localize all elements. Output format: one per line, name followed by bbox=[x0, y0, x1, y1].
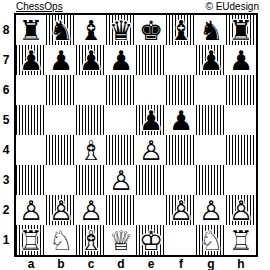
piece-black-rook: ♜♜ bbox=[226, 15, 256, 45]
square-g2[interactable]: ♟♙ bbox=[196, 195, 226, 225]
piece-black-knight: ♞♞ bbox=[196, 15, 226, 45]
piece-glyph: ♝ bbox=[76, 15, 106, 45]
file-label-g: g bbox=[196, 257, 226, 270]
piece-glyph: ♞ bbox=[46, 15, 76, 45]
piece-glyph: ♟ bbox=[16, 45, 46, 75]
piece-black-queen: ♛♛ bbox=[106, 15, 136, 45]
rank-label-3: 3 bbox=[0, 165, 12, 195]
board-frame: ♜♜♞♞♝♝♛♛♚♚♝♝♞♞♜♜♟♟♟♟♟♟♟♟♟♟♟♟♟♟♟♟♝♗♟♙♟♙♟♙… bbox=[14, 13, 258, 257]
piece-white-rook: ♜♖ bbox=[226, 225, 256, 255]
square-g5[interactable] bbox=[196, 105, 226, 135]
square-a4[interactable] bbox=[16, 135, 46, 165]
piece-glyph: ♙ bbox=[196, 195, 226, 225]
piece-white-pawn: ♟♙ bbox=[76, 195, 106, 225]
rank-label-7: 7 bbox=[0, 45, 12, 75]
square-h3[interactable] bbox=[226, 165, 256, 195]
square-d3[interactable]: ♟♙ bbox=[106, 165, 136, 195]
square-c8[interactable]: ♝♝ bbox=[76, 15, 106, 45]
square-a5[interactable] bbox=[16, 105, 46, 135]
piece-glyph: ♙ bbox=[76, 195, 106, 225]
rank-label-4: 4 bbox=[0, 135, 12, 165]
piece-glyph: ♟ bbox=[106, 45, 136, 75]
rank-label-1: 1 bbox=[0, 225, 12, 255]
square-b3[interactable] bbox=[46, 165, 76, 195]
piece-glyph: ♞ bbox=[196, 15, 226, 45]
piece-black-pawn: ♟♟ bbox=[196, 45, 226, 75]
piece-white-pawn: ♟♙ bbox=[136, 135, 166, 165]
piece-glyph: ♗ bbox=[76, 135, 106, 165]
square-g6[interactable] bbox=[196, 75, 226, 105]
piece-white-pawn: ♟♙ bbox=[166, 195, 196, 225]
piece-glyph: ♙ bbox=[166, 195, 196, 225]
square-h6[interactable] bbox=[226, 75, 256, 105]
piece-glyph: ♙ bbox=[16, 195, 46, 225]
square-c3[interactable] bbox=[76, 165, 106, 195]
piece-black-king: ♚♚ bbox=[136, 15, 166, 45]
piece-glyph: ♛ bbox=[106, 15, 136, 45]
chessops-window: ChessOps © EUdesign ♜♜♞♞♝♝♛♛♚♚♝♝♞♞♜♜♟♟♟♟… bbox=[0, 0, 270, 270]
piece-glyph: ♟ bbox=[46, 45, 76, 75]
square-c2[interactable]: ♟♙ bbox=[76, 195, 106, 225]
rank-label-5: 5 bbox=[0, 105, 12, 135]
piece-glyph: ♟ bbox=[196, 45, 226, 75]
file-label-a: a bbox=[16, 257, 46, 270]
piece-glyph: ♔ bbox=[136, 225, 166, 255]
square-h7[interactable]: ♟♟ bbox=[226, 45, 256, 75]
square-h8[interactable]: ♜♜ bbox=[226, 15, 256, 45]
piece-glyph: ♖ bbox=[16, 225, 46, 255]
piece-glyph: ♙ bbox=[136, 135, 166, 165]
piece-glyph: ♜ bbox=[226, 15, 256, 45]
piece-glyph: ♘ bbox=[46, 225, 76, 255]
file-label-h: h bbox=[226, 257, 256, 270]
square-a2[interactable]: ♟♙ bbox=[16, 195, 46, 225]
piece-white-pawn: ♟♙ bbox=[106, 165, 136, 195]
piece-glyph: ♗ bbox=[76, 225, 106, 255]
rank-label-6: 6 bbox=[0, 75, 12, 105]
file-label-c: c bbox=[76, 257, 106, 270]
piece-glyph: ♙ bbox=[226, 195, 256, 225]
square-e1[interactable]: ♚♔ bbox=[136, 225, 166, 255]
piece-glyph: ♘ bbox=[196, 225, 226, 255]
square-d6[interactable] bbox=[106, 75, 136, 105]
square-h5[interactable] bbox=[226, 105, 256, 135]
square-h2[interactable]: ♟♙ bbox=[226, 195, 256, 225]
square-b6[interactable] bbox=[46, 75, 76, 105]
square-c1[interactable]: ♝♗ bbox=[76, 225, 106, 255]
rank-label-8: 8 bbox=[0, 15, 12, 45]
piece-black-bishop: ♝♝ bbox=[76, 15, 106, 45]
square-f2[interactable]: ♟♙ bbox=[166, 195, 196, 225]
piece-glyph: ♝ bbox=[166, 15, 196, 45]
square-a6[interactable] bbox=[16, 75, 46, 105]
piece-glyph: ♟ bbox=[136, 105, 166, 135]
file-label-d: d bbox=[106, 257, 136, 270]
piece-black-bishop: ♝♝ bbox=[166, 15, 196, 45]
square-d8[interactable]: ♛♛ bbox=[106, 15, 136, 45]
piece-white-pawn: ♟♙ bbox=[16, 195, 46, 225]
piece-white-king: ♚♔ bbox=[136, 225, 166, 255]
square-f5[interactable]: ♟♟ bbox=[166, 105, 196, 135]
piece-glyph: ♕ bbox=[106, 225, 136, 255]
piece-black-pawn: ♟♟ bbox=[136, 105, 166, 135]
piece-white-knight: ♞♘ bbox=[196, 225, 226, 255]
piece-black-pawn: ♟♟ bbox=[106, 45, 136, 75]
square-e8[interactable]: ♚♚ bbox=[136, 15, 166, 45]
piece-white-bishop: ♝♗ bbox=[76, 225, 106, 255]
square-b1[interactable]: ♞♘ bbox=[46, 225, 76, 255]
square-g3[interactable] bbox=[196, 165, 226, 195]
square-b8[interactable]: ♞♞ bbox=[46, 15, 76, 45]
square-d5[interactable] bbox=[106, 105, 136, 135]
piece-glyph: ♙ bbox=[106, 165, 136, 195]
square-e6[interactable] bbox=[136, 75, 166, 105]
piece-white-pawn: ♟♙ bbox=[196, 195, 226, 225]
square-a1[interactable]: ♜♖ bbox=[16, 225, 46, 255]
square-f4[interactable] bbox=[166, 135, 196, 165]
piece-black-rook: ♜♜ bbox=[16, 15, 46, 45]
square-f7[interactable] bbox=[166, 45, 196, 75]
square-d1[interactable]: ♛♕ bbox=[106, 225, 136, 255]
piece-black-pawn: ♟♟ bbox=[166, 105, 196, 135]
square-g1[interactable]: ♞♘ bbox=[196, 225, 226, 255]
square-a8[interactable]: ♜♜ bbox=[16, 15, 46, 45]
piece-glyph: ♟ bbox=[226, 45, 256, 75]
file-label-b: b bbox=[46, 257, 76, 270]
square-f8[interactable]: ♝♝ bbox=[166, 15, 196, 45]
square-b2[interactable]: ♟♙ bbox=[46, 195, 76, 225]
piece-glyph: ♖ bbox=[226, 225, 256, 255]
square-b4[interactable] bbox=[46, 135, 76, 165]
square-c4[interactable]: ♝♗ bbox=[76, 135, 106, 165]
square-a3[interactable] bbox=[16, 165, 46, 195]
square-f1[interactable] bbox=[166, 225, 196, 255]
piece-black-knight: ♞♞ bbox=[46, 15, 76, 45]
piece-glyph: ♙ bbox=[46, 195, 76, 225]
square-d2[interactable] bbox=[106, 195, 136, 225]
square-e7[interactable] bbox=[136, 45, 166, 75]
square-c7[interactable]: ♟♟ bbox=[76, 45, 106, 75]
rank-label-2: 2 bbox=[0, 195, 12, 225]
square-g4[interactable] bbox=[196, 135, 226, 165]
piece-black-pawn: ♟♟ bbox=[16, 45, 46, 75]
square-h4[interactable] bbox=[226, 135, 256, 165]
credit-text: © EUdesign bbox=[205, 1, 259, 12]
square-b7[interactable]: ♟♟ bbox=[46, 45, 76, 75]
square-b5[interactable] bbox=[46, 105, 76, 135]
piece-white-pawn: ♟♙ bbox=[46, 195, 76, 225]
square-d7[interactable]: ♟♟ bbox=[106, 45, 136, 75]
piece-black-pawn: ♟♟ bbox=[76, 45, 106, 75]
file-label-e: e bbox=[136, 257, 166, 270]
piece-glyph: ♟ bbox=[166, 105, 196, 135]
square-a7[interactable]: ♟♟ bbox=[16, 45, 46, 75]
square-c5[interactable] bbox=[76, 105, 106, 135]
square-d4[interactable] bbox=[106, 135, 136, 165]
square-e3[interactable] bbox=[136, 165, 166, 195]
piece-glyph: ♜ bbox=[16, 15, 46, 45]
square-c6[interactable] bbox=[76, 75, 106, 105]
chess-board: ♜♜♞♞♝♝♛♛♚♚♝♝♞♞♜♜♟♟♟♟♟♟♟♟♟♟♟♟♟♟♟♟♝♗♟♙♟♙♟♙… bbox=[16, 15, 256, 255]
square-f6[interactable] bbox=[166, 75, 196, 105]
file-label-f: f bbox=[166, 257, 196, 270]
app-title: ChessOps bbox=[16, 1, 63, 12]
piece-white-bishop: ♝♗ bbox=[76, 135, 106, 165]
piece-white-queen: ♛♕ bbox=[106, 225, 136, 255]
piece-black-pawn: ♟♟ bbox=[46, 45, 76, 75]
piece-glyph: ♚ bbox=[136, 15, 166, 45]
square-e5[interactable]: ♟♟ bbox=[136, 105, 166, 135]
square-e4[interactable]: ♟♙ bbox=[136, 135, 166, 165]
square-g8[interactable]: ♞♞ bbox=[196, 15, 226, 45]
piece-white-rook: ♜♖ bbox=[16, 225, 46, 255]
square-f3[interactable] bbox=[166, 165, 196, 195]
piece-white-knight: ♞♘ bbox=[46, 225, 76, 255]
piece-white-pawn: ♟♙ bbox=[226, 195, 256, 225]
square-h1[interactable]: ♜♖ bbox=[226, 225, 256, 255]
square-e2[interactable] bbox=[136, 195, 166, 225]
square-g7[interactable]: ♟♟ bbox=[196, 45, 226, 75]
piece-glyph: ♟ bbox=[76, 45, 106, 75]
piece-black-pawn: ♟♟ bbox=[226, 45, 256, 75]
